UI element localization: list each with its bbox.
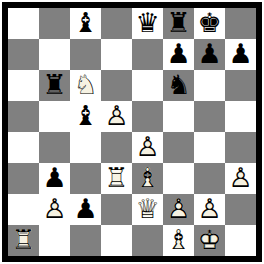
square-b1[interactable] xyxy=(39,225,70,256)
square-b8[interactable] xyxy=(39,8,70,39)
square-g2[interactable]: ♟♙ xyxy=(194,194,225,225)
square-d2[interactable] xyxy=(101,194,132,225)
piece-outline: ♘ xyxy=(73,69,97,100)
square-f3[interactable] xyxy=(163,163,194,194)
piece-black-bishop-c8[interactable]: ♝ xyxy=(70,8,101,39)
square-c6[interactable]: ♞♘ xyxy=(70,70,101,101)
square-c8[interactable]: ♝ xyxy=(70,8,101,39)
square-d6[interactable] xyxy=(101,70,132,101)
piece-white-bishop-f1[interactable]: ♝♗ xyxy=(163,225,194,256)
piece-glyph: ♛ xyxy=(135,7,159,38)
square-c4[interactable] xyxy=(70,132,101,163)
piece-white-pawn-f2[interactable]: ♟♙ xyxy=(163,194,194,225)
square-a8[interactable] xyxy=(8,8,39,39)
piece-glyph: ♝ xyxy=(73,7,97,38)
square-h3[interactable]: ♟♙ xyxy=(225,163,256,194)
square-g1[interactable]: ♚♔ xyxy=(194,225,225,256)
board-frame: ♝♛♜♚♟♟♟♜♞♘♞♝♟♙♟♙♟♜♖♝♗♟♙♟♙♟♛♕♟♙♟♙♜♖♝♗♚♔ xyxy=(2,2,262,262)
piece-glyph: ♟ xyxy=(42,162,66,193)
piece-white-knight-c6[interactable]: ♞♘ xyxy=(70,70,101,101)
square-a1[interactable]: ♜♖ xyxy=(8,225,39,256)
piece-outline: ♕ xyxy=(135,193,159,224)
square-a6[interactable] xyxy=(8,70,39,101)
square-h2[interactable] xyxy=(225,194,256,225)
square-h7[interactable]: ♟ xyxy=(225,39,256,70)
piece-outline: ♙ xyxy=(166,193,190,224)
square-a4[interactable] xyxy=(8,132,39,163)
square-h5[interactable] xyxy=(225,101,256,132)
square-e3[interactable]: ♝♗ xyxy=(132,163,163,194)
piece-black-pawn-f7[interactable]: ♟ xyxy=(163,39,194,70)
square-f6[interactable]: ♞ xyxy=(163,70,194,101)
square-d8[interactable] xyxy=(101,8,132,39)
piece-black-bishop-c5[interactable]: ♝ xyxy=(70,101,101,132)
piece-glyph: ♝ xyxy=(73,100,97,131)
square-g8[interactable]: ♚ xyxy=(194,8,225,39)
square-a5[interactable] xyxy=(8,101,39,132)
piece-white-pawn-e4[interactable]: ♟♙ xyxy=(132,132,163,163)
square-b5[interactable] xyxy=(39,101,70,132)
piece-outline: ♔ xyxy=(197,224,221,255)
square-d1[interactable] xyxy=(101,225,132,256)
piece-outline: ♙ xyxy=(42,193,66,224)
piece-outline: ♖ xyxy=(104,162,128,193)
square-e2[interactable]: ♛♕ xyxy=(132,194,163,225)
square-e1[interactable] xyxy=(132,225,163,256)
square-b2[interactable]: ♟♙ xyxy=(39,194,70,225)
square-f2[interactable]: ♟♙ xyxy=(163,194,194,225)
square-e7[interactable] xyxy=(132,39,163,70)
piece-outline: ♙ xyxy=(197,193,221,224)
square-g3[interactable] xyxy=(194,163,225,194)
square-h1[interactable] xyxy=(225,225,256,256)
piece-white-pawn-h3[interactable]: ♟♙ xyxy=(225,163,256,194)
piece-white-pawn-b2[interactable]: ♟♙ xyxy=(39,194,70,225)
piece-glyph: ♟ xyxy=(197,38,221,69)
square-c1[interactable] xyxy=(70,225,101,256)
square-b7[interactable] xyxy=(39,39,70,70)
piece-outline: ♗ xyxy=(135,162,159,193)
square-c2[interactable]: ♟ xyxy=(70,194,101,225)
piece-glyph: ♞ xyxy=(166,69,190,100)
piece-black-king-g8[interactable]: ♚ xyxy=(194,8,225,39)
piece-white-bishop-e3[interactable]: ♝♗ xyxy=(132,163,163,194)
square-h6[interactable] xyxy=(225,70,256,101)
square-g7[interactable]: ♟ xyxy=(194,39,225,70)
square-a2[interactable] xyxy=(8,194,39,225)
square-d3[interactable]: ♜♖ xyxy=(101,163,132,194)
square-e8[interactable]: ♛ xyxy=(132,8,163,39)
square-e4[interactable]: ♟♙ xyxy=(132,132,163,163)
square-h8[interactable] xyxy=(225,8,256,39)
piece-black-pawn-h7[interactable]: ♟ xyxy=(225,39,256,70)
piece-white-king-g1[interactable]: ♚♔ xyxy=(194,225,225,256)
piece-black-rook-b6[interactable]: ♜ xyxy=(39,70,70,101)
square-f5[interactable] xyxy=(163,101,194,132)
square-c7[interactable] xyxy=(70,39,101,70)
piece-outline: ♙ xyxy=(228,162,252,193)
square-f7[interactable]: ♟ xyxy=(163,39,194,70)
piece-black-rook-f8[interactable]: ♜ xyxy=(163,8,194,39)
square-a7[interactable] xyxy=(8,39,39,70)
piece-white-pawn-g2[interactable]: ♟♙ xyxy=(194,194,225,225)
square-b3[interactable]: ♟ xyxy=(39,163,70,194)
square-d7[interactable] xyxy=(101,39,132,70)
square-c3[interactable] xyxy=(70,163,101,194)
square-e6[interactable] xyxy=(132,70,163,101)
square-g6[interactable] xyxy=(194,70,225,101)
board-outer-edge: ♝♛♜♚♟♟♟♜♞♘♞♝♟♙♟♙♟♜♖♝♗♟♙♟♙♟♛♕♟♙♟♙♜♖♝♗♚♔ xyxy=(0,0,264,264)
square-f8[interactable]: ♜ xyxy=(163,8,194,39)
square-b4[interactable] xyxy=(39,132,70,163)
square-h4[interactable] xyxy=(225,132,256,163)
piece-black-queen-e8[interactable]: ♛ xyxy=(132,8,163,39)
chess-board: ♝♛♜♚♟♟♟♜♞♘♞♝♟♙♟♙♟♜♖♝♗♟♙♟♙♟♛♕♟♙♟♙♜♖♝♗♚♔ xyxy=(8,8,256,256)
piece-black-pawn-b3[interactable]: ♟ xyxy=(39,163,70,194)
square-f1[interactable]: ♝♗ xyxy=(163,225,194,256)
square-f4[interactable] xyxy=(163,132,194,163)
piece-black-knight-f6[interactable]: ♞ xyxy=(163,70,194,101)
piece-outline: ♙ xyxy=(135,131,159,162)
piece-glyph: ♚ xyxy=(197,7,221,38)
square-a3[interactable] xyxy=(8,163,39,194)
piece-white-queen-e2[interactable]: ♛♕ xyxy=(132,194,163,225)
piece-white-rook-d3[interactable]: ♜♖ xyxy=(101,163,132,194)
piece-glyph: ♜ xyxy=(42,69,66,100)
piece-outline: ♖ xyxy=(11,224,35,255)
piece-black-pawn-c2[interactable]: ♟ xyxy=(70,194,101,225)
piece-glyph: ♟ xyxy=(228,38,252,69)
piece-outline: ♗ xyxy=(166,224,190,255)
square-d4[interactable] xyxy=(101,132,132,163)
piece-black-pawn-g7[interactable]: ♟ xyxy=(194,39,225,70)
square-g5[interactable] xyxy=(194,101,225,132)
square-g4[interactable] xyxy=(194,132,225,163)
piece-white-pawn-d5[interactable]: ♟♙ xyxy=(101,101,132,132)
square-b6[interactable]: ♜ xyxy=(39,70,70,101)
square-e5[interactable] xyxy=(132,101,163,132)
piece-glyph: ♟ xyxy=(73,193,97,224)
piece-glyph: ♜ xyxy=(166,7,190,38)
piece-outline: ♙ xyxy=(104,100,128,131)
piece-white-rook-a1[interactable]: ♜♖ xyxy=(8,225,39,256)
square-d5[interactable]: ♟♙ xyxy=(101,101,132,132)
piece-glyph: ♟ xyxy=(166,38,190,69)
square-c5[interactable]: ♝ xyxy=(70,101,101,132)
